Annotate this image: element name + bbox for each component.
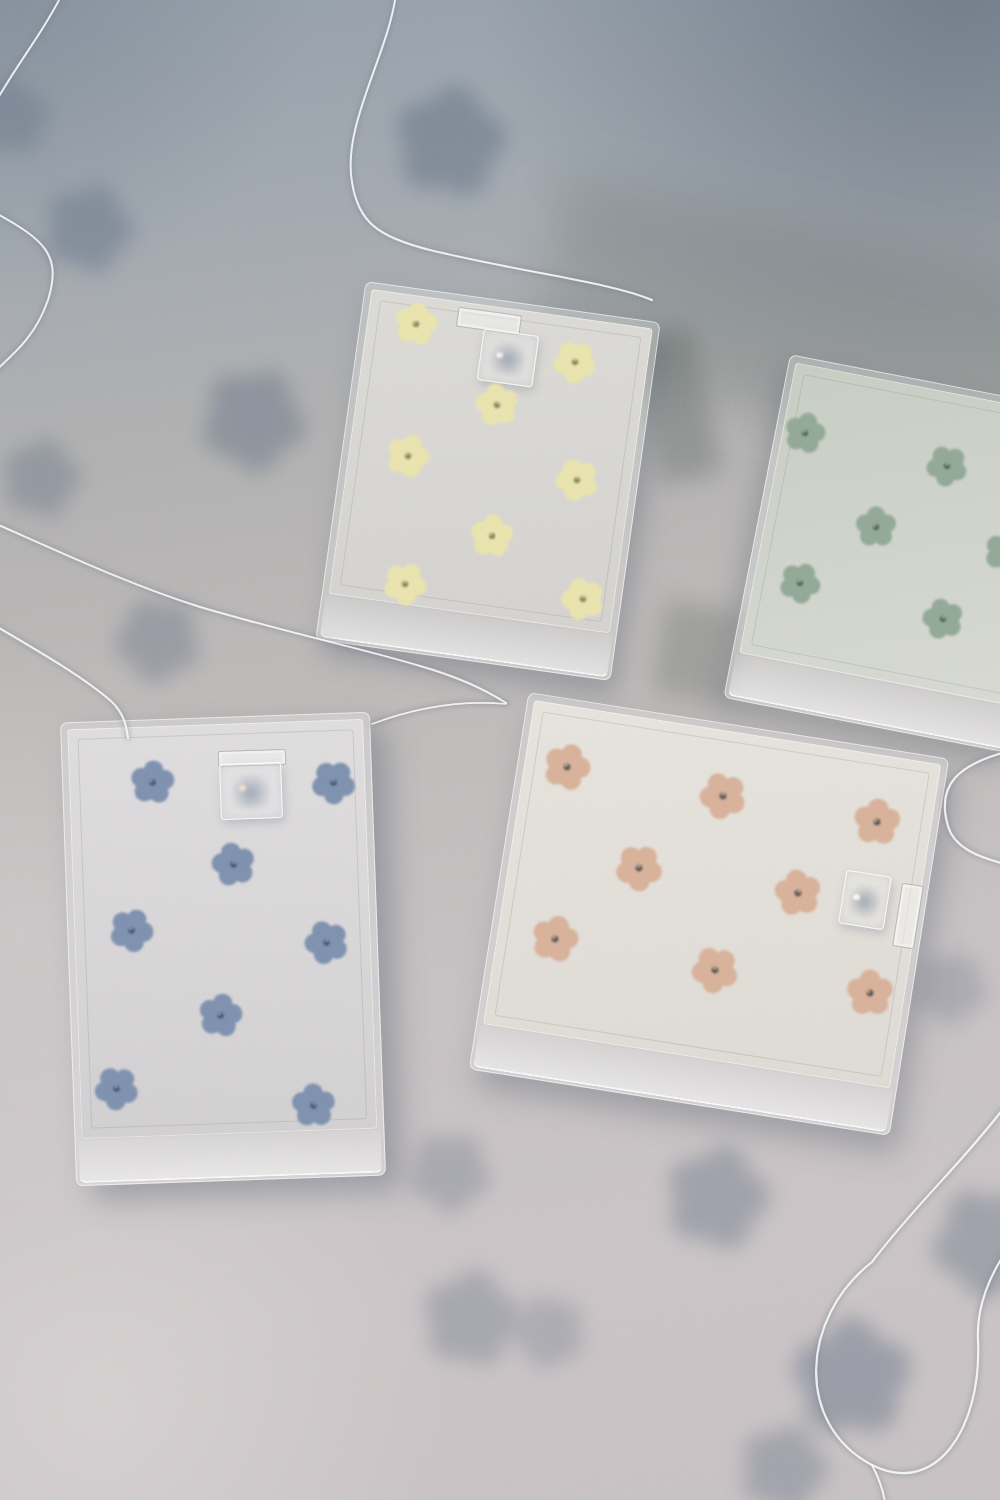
flower-shadow <box>389 1111 512 1234</box>
flower-shape <box>389 1111 512 1234</box>
applique-flower <box>467 511 517 561</box>
flower-shape <box>788 1314 916 1442</box>
snap-buckle <box>838 870 892 931</box>
flower-shape <box>648 1129 785 1266</box>
buckle-shadow-core <box>230 772 272 810</box>
flower-shape <box>0 78 52 158</box>
buckle-shadow-core <box>487 339 528 378</box>
applique-flower <box>389 297 442 350</box>
flower-shape <box>850 795 904 849</box>
flower-shape <box>903 1157 1000 1326</box>
flower-shadow <box>93 575 223 705</box>
applique-flower <box>845 968 895 1018</box>
flower-shape <box>845 968 895 1018</box>
buckle-shadow-core <box>847 880 882 920</box>
applique-flower <box>850 795 904 849</box>
flower-shadow <box>648 1129 785 1266</box>
flower-shadow <box>0 78 52 158</box>
bag-clear-flap <box>79 1131 382 1184</box>
flower-shape <box>389 297 442 350</box>
flower-shape <box>127 757 178 808</box>
flower-shape <box>193 988 247 1042</box>
applique-flower <box>127 757 178 808</box>
flower-shape <box>27 167 149 289</box>
snap-glint <box>496 352 503 358</box>
flower-shadow <box>380 72 519 211</box>
applique-flower <box>193 988 247 1042</box>
snap-buckle <box>219 762 283 820</box>
product-photo <box>0 0 1000 1500</box>
flower-shadow <box>0 426 92 530</box>
applique-flower <box>854 505 898 549</box>
flower-shape <box>467 511 517 561</box>
flower-shadow <box>903 1157 1000 1326</box>
flower-shape <box>177 344 330 497</box>
flower-shape <box>854 505 898 549</box>
flower-shape <box>0 426 92 530</box>
flower-shape <box>380 72 519 211</box>
flower-shadow <box>788 1314 916 1442</box>
bag-green-flower-pouch <box>723 354 1000 754</box>
snap-glint <box>853 894 860 900</box>
flower-shape <box>93 575 223 705</box>
flower-shadow <box>27 167 149 289</box>
snap-glint <box>239 785 246 791</box>
flower-shadow <box>177 344 330 497</box>
